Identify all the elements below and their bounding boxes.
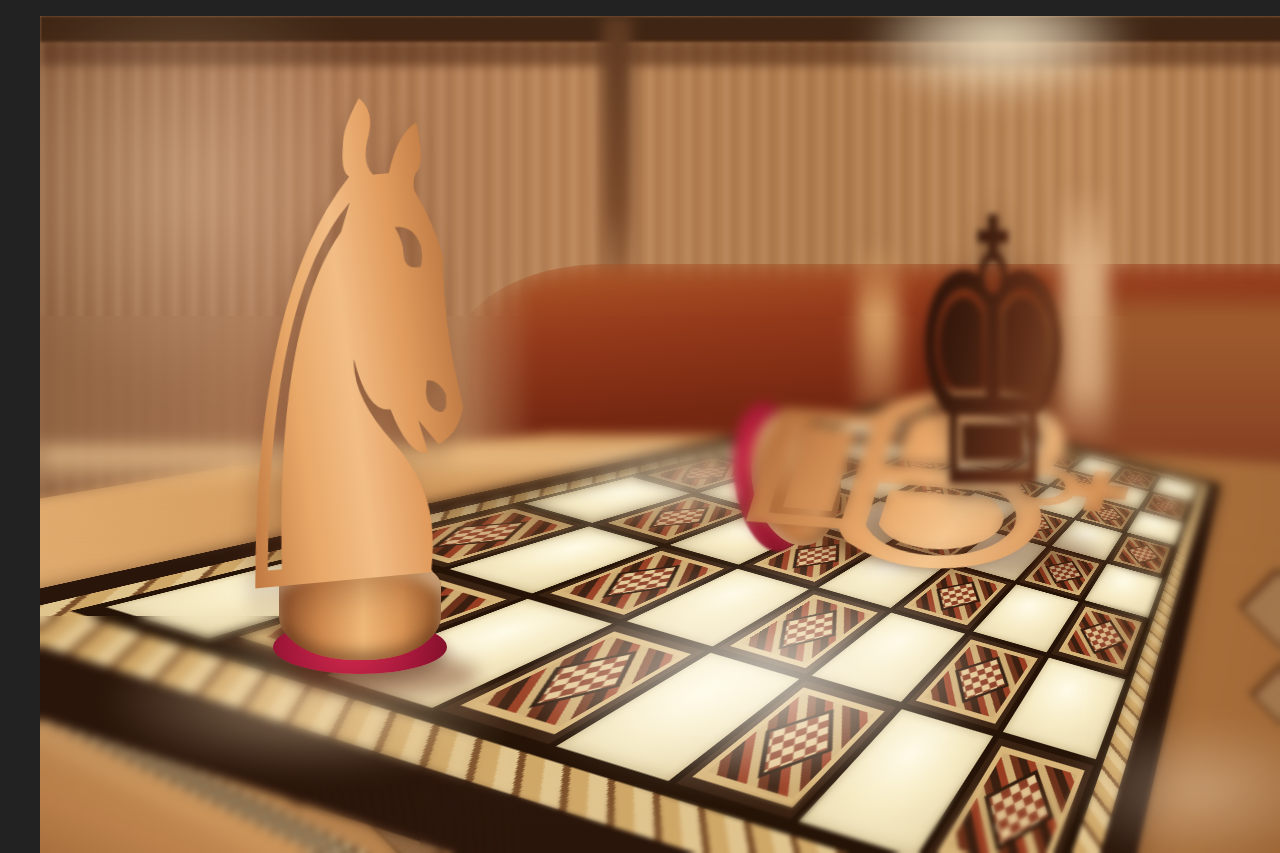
white-knight-standing: ♞ [162,72,548,632]
black-king-standing: ♚ [908,208,1078,503]
chess-photo-scene: ♚ ♚ ♞ [40,16,1280,853]
black-king-glyph: ♚ [906,171,1079,539]
ceiling-light-glow [860,16,1140,102]
white-knight-glyph: ♞ [179,16,532,696]
